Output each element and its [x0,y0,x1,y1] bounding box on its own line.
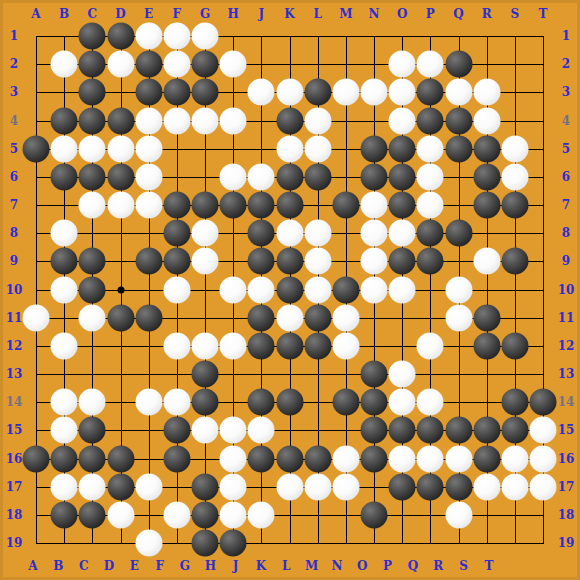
black-stone-K12[interactable] [276,332,303,359]
black-stone-F8[interactable] [163,220,190,247]
coordinate-label-right: 12 [558,339,575,353]
white-stone-J18[interactable] [248,501,275,528]
coordinate-label-left: 6 [10,170,18,184]
white-stone-J10[interactable] [248,276,275,303]
coordinate-label-right: 3 [562,85,570,99]
white-stone-D7[interactable] [107,192,134,219]
white-stone-L8[interactable] [304,220,331,247]
white-stone-L9[interactable] [304,248,331,275]
go-board[interactable]: AABBCCDDEEFFGGHHJJKKLLMMNNOOPPQQRRSSTT11… [0,0,580,580]
black-stone-L16[interactable] [304,445,331,472]
coordinate-label-top: H [227,7,238,21]
white-stone-R4[interactable] [473,107,500,134]
black-stone-N16[interactable] [361,445,388,472]
white-stone-N3[interactable] [361,79,388,106]
coordinate-label-bottom: T [484,559,493,573]
black-stone-E9[interactable] [135,248,162,275]
white-stone-G1[interactable] [192,23,219,50]
coordinate-label-top: S [510,7,519,21]
white-stone-P5[interactable] [417,135,444,162]
white-stone-Q16[interactable] [445,445,472,472]
black-stone-G18[interactable] [192,501,219,528]
coordinate-label-top: R [482,7,492,21]
black-stone-B16[interactable] [51,445,78,472]
coordinate-label-right: 1 [562,29,570,43]
white-stone-N8[interactable] [361,220,388,247]
white-stone-F18[interactable] [163,501,190,528]
white-stone-G4[interactable] [192,107,219,134]
white-stone-L4[interactable] [304,107,331,134]
white-stone-R9[interactable] [473,248,500,275]
black-stone-B9[interactable] [51,248,78,275]
white-stone-Q18[interactable] [445,501,472,528]
black-stone-J9[interactable] [248,248,275,275]
black-stone-G19[interactable] [192,530,219,557]
black-stone-K6[interactable] [276,163,303,190]
black-stone-F9[interactable] [163,248,190,275]
coordinate-label-left: 15 [6,423,23,437]
black-stone-R12[interactable] [473,332,500,359]
white-stone-P7[interactable] [417,192,444,219]
black-stone-C6[interactable] [79,163,106,190]
white-stone-K3[interactable] [276,79,303,106]
coordinate-label-right: 17 [558,480,575,494]
black-stone-P17[interactable] [417,473,444,500]
coordinate-label-right: 15 [558,423,575,437]
white-stone-H4[interactable] [220,107,247,134]
coordinate-label-bottom: R [433,559,443,573]
white-stone-E1[interactable] [135,23,162,50]
coordinate-label-top: J [258,7,264,21]
coordinate-label-right: 14 [558,395,575,409]
white-stone-G8[interactable] [192,220,219,247]
white-stone-K17[interactable] [276,473,303,500]
black-stone-S7[interactable] [501,192,528,219]
coordinate-label-top: G [200,7,210,21]
black-stone-L3[interactable] [304,79,331,106]
coordinate-label-left: 17 [6,480,23,494]
white-stone-C11[interactable] [79,304,106,331]
coordinate-label-left: 14 [6,395,23,409]
black-stone-C16[interactable] [79,445,106,472]
white-stone-M12[interactable] [332,332,359,359]
black-stone-G14[interactable] [192,389,219,416]
white-stone-F10[interactable] [163,276,190,303]
black-stone-J12[interactable] [248,332,275,359]
coordinate-label-right: 18 [558,508,575,522]
black-stone-P3[interactable] [417,79,444,106]
black-stone-C3[interactable] [79,79,106,106]
black-stone-O5[interactable] [389,135,416,162]
white-stone-H16[interactable] [220,445,247,472]
black-stone-E2[interactable] [135,51,162,78]
coordinate-label-left: 7 [10,198,18,212]
black-stone-A16[interactable] [23,445,50,472]
coordinate-label-bottom: F [155,559,164,573]
grid-line-horizontal [36,374,544,375]
coordinate-label-top: K [284,7,294,21]
white-stone-O10[interactable] [389,276,416,303]
black-stone-Q17[interactable] [445,473,472,500]
white-stone-E7[interactable] [135,192,162,219]
coordinate-label-left: 2 [10,57,18,71]
white-stone-B12[interactable] [51,332,78,359]
white-stone-E19[interactable] [135,530,162,557]
white-stone-S6[interactable] [501,163,528,190]
black-stone-O9[interactable] [389,248,416,275]
coordinate-label-left: 18 [6,508,23,522]
coordinate-label-top: E [144,7,153,21]
white-stone-Q3[interactable] [445,79,472,106]
black-stone-N13[interactable] [361,361,388,388]
black-stone-O15[interactable] [389,417,416,444]
black-stone-D17[interactable] [107,473,134,500]
white-stone-L10[interactable] [304,276,331,303]
coordinate-label-bottom: N [331,559,342,573]
coordinate-label-right: 6 [562,170,570,184]
coordinate-label-left: 16 [6,452,23,466]
black-stone-G7[interactable] [192,192,219,219]
white-stone-D5[interactable] [107,135,134,162]
white-stone-D2[interactable] [107,51,134,78]
black-stone-E3[interactable] [135,79,162,106]
black-stone-P4[interactable] [417,107,444,134]
coordinate-label-top: B [59,7,69,21]
black-stone-D16[interactable] [107,445,134,472]
white-stone-C5[interactable] [79,135,106,162]
white-stone-E17[interactable] [135,473,162,500]
white-stone-C14[interactable] [79,389,106,416]
star-point [117,286,124,293]
white-stone-O14[interactable] [389,389,416,416]
white-stone-R3[interactable] [473,79,500,106]
white-stone-N7[interactable] [361,192,388,219]
white-stone-C17[interactable] [79,473,106,500]
white-stone-P14[interactable] [417,389,444,416]
black-stone-L12[interactable] [304,332,331,359]
coordinate-label-bottom: S [459,559,468,573]
black-stone-C9[interactable] [79,248,106,275]
black-stone-J11[interactable] [248,304,275,331]
black-stone-H7[interactable] [220,192,247,219]
coordinate-label-top: M [339,7,352,21]
black-stone-Q4[interactable] [445,107,472,134]
white-stone-T16[interactable] [530,445,557,472]
white-stone-N9[interactable] [361,248,388,275]
white-stone-B10[interactable] [51,276,78,303]
white-stone-K8[interactable] [276,220,303,247]
white-stone-M16[interactable] [332,445,359,472]
coordinate-label-bottom: D [104,559,114,573]
black-stone-Q15[interactable] [445,417,472,444]
white-stone-M3[interactable] [332,79,359,106]
white-stone-P16[interactable] [417,445,444,472]
black-stone-Q2[interactable] [445,51,472,78]
black-stone-G17[interactable] [192,473,219,500]
black-stone-J14[interactable] [248,389,275,416]
coordinate-label-bottom: O [357,559,367,573]
white-stone-O16[interactable] [389,445,416,472]
white-stone-F4[interactable] [163,107,190,134]
white-stone-T15[interactable] [530,417,557,444]
white-stone-J3[interactable] [248,79,275,106]
black-stone-C18[interactable] [79,501,106,528]
coordinate-label-bottom: G [180,559,190,573]
black-stone-D6[interactable] [107,163,134,190]
black-stone-B4[interactable] [51,107,78,134]
coordinate-label-right: 19 [558,536,575,550]
black-stone-G3[interactable] [192,79,219,106]
black-stone-A5[interactable] [23,135,50,162]
black-stone-R16[interactable] [473,445,500,472]
black-stone-S12[interactable] [501,332,528,359]
coordinate-label-bottom: E [130,559,139,573]
black-stone-P8[interactable] [417,220,444,247]
black-stone-B6[interactable] [51,163,78,190]
coordinate-label-right: 13 [558,367,575,381]
black-stone-F15[interactable] [163,417,190,444]
white-stone-T17[interactable] [530,473,557,500]
coordinate-label-right: 11 [558,311,575,325]
white-stone-H10[interactable] [220,276,247,303]
black-stone-N18[interactable] [361,501,388,528]
white-stone-B14[interactable] [51,389,78,416]
coordinate-label-right: 7 [562,198,570,212]
white-stone-M17[interactable] [332,473,359,500]
black-stone-O17[interactable] [389,473,416,500]
black-stone-S15[interactable] [501,417,528,444]
white-stone-D18[interactable] [107,501,134,528]
white-stone-F12[interactable] [163,332,190,359]
coordinate-label-top: Q [453,7,463,21]
black-stone-L6[interactable] [304,163,331,190]
coordinate-label-left: 8 [10,226,18,240]
white-stone-Q10[interactable] [445,276,472,303]
black-stone-B18[interactable] [51,501,78,528]
coordinate-label-right: 10 [558,283,575,297]
black-stone-C15[interactable] [79,417,106,444]
coordinate-label-top: F [173,7,182,21]
black-stone-H19[interactable] [220,530,247,557]
coordinate-label-top: O [397,7,407,21]
grid-line-horizontal [36,543,544,544]
coordinate-label-bottom: H [205,559,216,573]
white-stone-H15[interactable] [220,417,247,444]
white-stone-O2[interactable] [389,51,416,78]
black-stone-O6[interactable] [389,163,416,190]
black-stone-R15[interactable] [473,417,500,444]
coordinate-label-bottom: C [79,559,89,573]
white-stone-P2[interactable] [417,51,444,78]
black-stone-M7[interactable] [332,192,359,219]
black-stone-D4[interactable] [107,107,134,134]
coordinate-label-left: 12 [6,339,23,353]
coordinate-label-top: T [539,7,548,21]
coordinate-label-bottom: J [233,559,239,573]
coordinate-label-bottom: Q [408,559,418,573]
white-stone-P12[interactable] [417,332,444,359]
coordinate-label-top: L [313,7,321,21]
white-stone-K5[interactable] [276,135,303,162]
white-stone-O3[interactable] [389,79,416,106]
coordinate-label-top: N [369,7,380,21]
black-stone-M10[interactable] [332,276,359,303]
black-stone-K4[interactable] [276,107,303,134]
white-stone-E4[interactable] [135,107,162,134]
coordinate-label-bottom: B [53,559,63,573]
black-stone-G2[interactable] [192,51,219,78]
black-stone-S14[interactable] [501,389,528,416]
black-stone-S9[interactable] [501,248,528,275]
coordinate-label-top: A [31,7,40,21]
black-stone-K16[interactable] [276,445,303,472]
black-stone-E11[interactable] [135,304,162,331]
black-stone-P15[interactable] [417,417,444,444]
white-stone-J15[interactable] [248,417,275,444]
black-stone-Q8[interactable] [445,220,472,247]
white-stone-O4[interactable] [389,107,416,134]
coordinate-label-right: 16 [558,452,575,466]
coordinate-label-left: 5 [10,142,18,156]
black-stone-K10[interactable] [276,276,303,303]
white-stone-G15[interactable] [192,417,219,444]
coordinate-label-right: 4 [562,114,570,128]
coordinate-label-bottom: A [28,559,37,573]
white-stone-B15[interactable] [51,417,78,444]
black-stone-R6[interactable] [473,163,500,190]
black-stone-N6[interactable] [361,163,388,190]
white-stone-N10[interactable] [361,276,388,303]
black-stone-K14[interactable] [276,389,303,416]
coordinate-label-right: 5 [562,142,570,156]
coordinate-label-left: 1 [10,29,18,43]
black-stone-J8[interactable] [248,220,275,247]
black-stone-R5[interactable] [473,135,500,162]
white-stone-E6[interactable] [135,163,162,190]
black-stone-N14[interactable] [361,389,388,416]
black-stone-N15[interactable] [361,417,388,444]
black-stone-L11[interactable] [304,304,331,331]
white-stone-S5[interactable] [501,135,528,162]
white-stone-H18[interactable] [220,501,247,528]
white-stone-H2[interactable] [220,51,247,78]
black-stone-C2[interactable] [79,51,106,78]
black-stone-O7[interactable] [389,192,416,219]
black-stone-T14[interactable] [530,389,557,416]
white-stone-H6[interactable] [220,163,247,190]
white-stone-G12[interactable] [192,332,219,359]
white-stone-B2[interactable] [51,51,78,78]
coordinate-label-top: P [426,7,435,21]
black-stone-P9[interactable] [417,248,444,275]
black-stone-D11[interactable] [107,304,134,331]
coordinate-label-right: 8 [562,226,570,240]
coordinate-label-right: 9 [562,254,570,268]
coordinate-label-left: 3 [10,85,18,99]
black-stone-J16[interactable] [248,445,275,472]
coordinate-label-bottom: L [282,559,290,573]
white-stone-B5[interactable] [51,135,78,162]
white-stone-B8[interactable] [51,220,78,247]
black-stone-G13[interactable] [192,361,219,388]
white-stone-K11[interactable] [276,304,303,331]
black-stone-C10[interactable] [79,276,106,303]
black-stone-K9[interactable] [276,248,303,275]
white-stone-O8[interactable] [389,220,416,247]
black-stone-Q5[interactable] [445,135,472,162]
white-stone-L5[interactable] [304,135,331,162]
white-stone-M11[interactable] [332,304,359,331]
coordinate-label-top: C [88,7,98,21]
coordinate-label-left: 19 [6,536,23,550]
white-stone-J6[interactable] [248,163,275,190]
white-stone-O13[interactable] [389,361,416,388]
white-stone-P6[interactable] [417,163,444,190]
white-stone-A11[interactable] [23,304,50,331]
black-stone-C1[interactable] [79,23,106,50]
white-stone-C7[interactable] [79,192,106,219]
white-stone-H17[interactable] [220,473,247,500]
white-stone-E14[interactable] [135,389,162,416]
coordinate-label-left: 13 [6,367,23,381]
black-stone-R11[interactable] [473,304,500,331]
white-stone-F14[interactable] [163,389,190,416]
white-stone-S17[interactable] [501,473,528,500]
coordinate-label-bottom: M [305,559,318,573]
black-stone-F7[interactable] [163,192,190,219]
white-stone-H12[interactable] [220,332,247,359]
black-stone-D1[interactable] [107,23,134,50]
black-stone-C4[interactable] [79,107,106,134]
black-stone-J7[interactable] [248,192,275,219]
white-stone-G9[interactable] [192,248,219,275]
white-stone-R17[interactable] [473,473,500,500]
coordinate-label-left: 10 [6,283,23,297]
coordinate-label-right: 2 [562,57,570,71]
white-stone-Q11[interactable] [445,304,472,331]
coordinate-label-left: 11 [6,311,23,325]
coordinate-label-left: 9 [10,254,18,268]
coordinate-label-top: D [115,7,125,21]
white-stone-B17[interactable] [51,473,78,500]
black-stone-M14[interactable] [332,389,359,416]
black-stone-F3[interactable] [163,79,190,106]
white-stone-E5[interactable] [135,135,162,162]
black-stone-F16[interactable] [163,445,190,472]
white-stone-F1[interactable] [163,23,190,50]
black-stone-R7[interactable] [473,192,500,219]
white-stone-L17[interactable] [304,473,331,500]
white-stone-S16[interactable] [501,445,528,472]
coordinate-label-bottom: K [256,559,266,573]
coordinate-label-left: 4 [10,114,18,128]
white-stone-F2[interactable] [163,51,190,78]
coordinate-label-bottom: P [383,559,392,573]
black-stone-N5[interactable] [361,135,388,162]
black-stone-K7[interactable] [276,192,303,219]
